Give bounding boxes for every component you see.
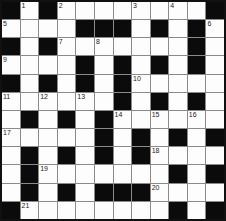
white-cell-r10-c6[interactable] [95, 165, 113, 182]
black-cell-r1-c12 [206, 2, 224, 19]
black-cell-r4-c9 [151, 56, 169, 73]
white-cell-r3-c12[interactable] [206, 38, 224, 55]
white-cell-r10-c8[interactable] [132, 165, 150, 182]
white-cell-r7-c10[interactable] [169, 111, 187, 128]
white-cell-r4-c12[interactable] [206, 56, 224, 73]
black-cell-r11-c8 [132, 184, 150, 201]
white-cell-r5-c4[interactable] [58, 75, 76, 92]
black-cell-r9-c6 [95, 147, 113, 164]
white-cell-r1-c9[interactable] [151, 2, 169, 19]
white-cell-r2-c12[interactable]: 6 [206, 20, 224, 37]
black-cell-r6-c11 [188, 93, 206, 110]
white-cell-r5-c9[interactable] [151, 75, 169, 92]
black-cell-r11-c7 [114, 184, 132, 201]
black-cell-r5-c7 [114, 75, 132, 92]
white-cell-r4-c10[interactable] [169, 56, 187, 73]
white-cell-r10-c4[interactable] [58, 165, 76, 182]
white-cell-r9-c10[interactable] [169, 147, 187, 164]
crossword-board: 123456789101112131415161718192021 [0, 0, 226, 221]
white-cell-r7-c11[interactable]: 16 [188, 111, 206, 128]
white-cell-r4-c1[interactable]: 9 [2, 56, 20, 73]
white-cell-r4-c6[interactable] [95, 56, 113, 73]
white-cell-r5-c10[interactable] [169, 75, 187, 92]
white-cell-r3-c5[interactable] [76, 38, 94, 55]
white-cell-r5-c12[interactable] [206, 75, 224, 92]
white-cell-r3-c10[interactable] [169, 38, 187, 55]
white-cell-r11-c10[interactable] [169, 184, 187, 201]
white-cell-r10-c9[interactable] [151, 165, 169, 182]
black-cell-r12-c10 [169, 202, 187, 219]
white-cell-r3-c9[interactable] [151, 38, 169, 55]
white-cell-r11-c12[interactable] [206, 184, 224, 201]
white-cell-r10-c1[interactable] [2, 165, 20, 182]
black-cell-r7-c4 [58, 111, 76, 128]
white-cell-r8-c2[interactable] [21, 129, 39, 146]
black-cell-r1-c1 [2, 2, 20, 19]
white-cell-r8-c3[interactable] [39, 129, 57, 146]
black-cell-r2-c5 [76, 20, 94, 37]
black-cell-r2-c9 [151, 20, 169, 37]
black-cell-r6-c7 [114, 93, 132, 110]
black-cell-r11-c6 [95, 184, 113, 201]
white-cell-r1-c6[interactable] [95, 2, 113, 19]
clue-number-2: 2 [59, 2, 63, 10]
black-cell-r7-c2 [21, 111, 39, 128]
black-cell-r5-c1 [2, 75, 20, 92]
white-cell-r7-c7[interactable]: 14 [114, 111, 132, 128]
white-cell-r8-c1[interactable]: 17 [2, 129, 20, 146]
white-cell-r4-c8[interactable] [132, 56, 150, 73]
white-cell-r3-c7[interactable] [114, 38, 132, 55]
white-cell-r1-c10[interactable]: 4 [169, 2, 187, 19]
white-cell-r1-c2[interactable]: 1 [21, 2, 39, 19]
white-cell-r11-c11[interactable] [188, 184, 206, 201]
black-cell-r6-c9 [151, 93, 169, 110]
black-cell-r5-c3 [39, 75, 57, 92]
black-cell-r7-c6 [95, 111, 113, 128]
white-cell-r12-c7[interactable] [114, 202, 132, 219]
clue-number-20: 20 [152, 184, 160, 192]
black-cell-r4-c11 [188, 56, 206, 73]
white-cell-r8-c9[interactable] [151, 129, 169, 146]
black-cell-r8-c12 [206, 129, 224, 146]
clue-number-14: 14 [115, 111, 123, 119]
white-cell-r6-c10[interactable] [169, 93, 187, 110]
black-cell-r10-c10 [169, 165, 187, 182]
white-cell-r11-c3[interactable] [39, 184, 57, 201]
black-cell-r2-c7 [114, 20, 132, 37]
black-cell-r2-c11 [188, 20, 206, 37]
clue-number-19: 19 [40, 165, 48, 173]
white-cell-r11-c5[interactable] [76, 184, 94, 201]
black-cell-r9-c4 [58, 147, 76, 164]
white-cell-r3-c4[interactable]: 7 [58, 38, 76, 55]
black-cell-r10-c12 [206, 165, 224, 182]
white-cell-r9-c5[interactable] [76, 147, 94, 164]
white-cell-r2-c1[interactable]: 5 [2, 20, 20, 37]
white-cell-r10-c5[interactable] [76, 165, 94, 182]
clue-number-8: 8 [96, 38, 100, 46]
black-cell-r12-c12 [206, 202, 224, 219]
white-cell-r2-c3[interactable] [39, 20, 57, 37]
white-cell-r8-c7[interactable] [114, 129, 132, 146]
black-cell-r8-c8 [132, 129, 150, 146]
clue-number-11: 11 [3, 93, 10, 101]
white-cell-r5-c8[interactable]: 10 [132, 75, 150, 92]
white-cell-r5-c11[interactable] [188, 75, 206, 92]
white-cell-r6-c3[interactable]: 12 [39, 93, 57, 110]
black-cell-r9-c2 [21, 147, 39, 164]
black-cell-r11-c4 [58, 184, 76, 201]
clue-number-1: 1 [22, 2, 26, 10]
black-cell-r2-c6 [95, 20, 113, 37]
white-cell-r6-c4[interactable] [58, 93, 76, 110]
clue-number-7: 7 [59, 38, 63, 46]
white-cell-r8-c4[interactable] [58, 129, 76, 146]
white-cell-r10-c3[interactable]: 19 [39, 165, 57, 182]
white-cell-r4-c4[interactable] [58, 56, 76, 73]
clue-number-21: 21 [22, 202, 30, 210]
white-cell-r9-c11[interactable] [188, 147, 206, 164]
white-cell-r3-c6[interactable]: 8 [95, 38, 113, 55]
black-cell-r1-c3 [39, 2, 57, 19]
white-cell-r12-c3[interactable] [39, 202, 57, 219]
clue-number-9: 9 [3, 56, 7, 64]
white-cell-r7-c8[interactable] [132, 111, 150, 128]
clue-number-15: 15 [152, 111, 160, 119]
white-cell-r10-c7[interactable] [114, 165, 132, 182]
black-cell-r4-c5 [76, 56, 94, 73]
white-cell-r12-c11[interactable] [188, 202, 206, 219]
white-cell-r12-c8[interactable] [132, 202, 150, 219]
white-cell-r1-c4[interactable]: 2 [58, 2, 76, 19]
white-cell-r9-c7[interactable] [114, 147, 132, 164]
white-cell-r11-c1[interactable] [2, 184, 20, 201]
white-cell-r9-c1[interactable] [2, 147, 20, 164]
black-cell-r3-c11 [188, 38, 206, 55]
white-cell-r12-c9[interactable] [151, 202, 169, 219]
white-cell-r3-c2[interactable] [21, 38, 39, 55]
white-cell-r2-c4[interactable] [58, 20, 76, 37]
white-cell-r12-c2[interactable]: 21 [21, 202, 39, 219]
white-cell-r9-c12[interactable] [206, 147, 224, 164]
white-cell-r5-c2[interactable] [21, 75, 39, 92]
black-cell-r9-c8 [132, 147, 150, 164]
white-cell-r9-c3[interactable] [39, 147, 57, 164]
white-cell-r3-c8[interactable] [132, 38, 150, 55]
white-cell-r12-c6[interactable] [95, 202, 113, 219]
white-cell-r6-c2[interactable] [21, 93, 39, 110]
white-cell-r8-c11[interactable] [188, 129, 206, 146]
clue-number-3: 3 [133, 2, 137, 10]
white-cell-r10-c11[interactable] [188, 165, 206, 182]
black-cell-r8-c10 [169, 129, 187, 146]
white-cell-r7-c5[interactable] [76, 111, 94, 128]
black-cell-r11-c2 [21, 184, 39, 201]
white-cell-r6-c1[interactable]: 11 [2, 93, 20, 110]
white-cell-r1-c5[interactable] [76, 2, 94, 19]
white-cell-r11-c9[interactable]: 20 [151, 184, 169, 201]
clue-number-4: 4 [170, 2, 174, 10]
clue-number-5: 5 [3, 20, 7, 28]
black-cell-r12-c1 [2, 202, 20, 219]
black-cell-r3-c1 [2, 38, 20, 55]
white-cell-r8-c5[interactable] [76, 129, 94, 146]
white-cell-r1-c11[interactable] [188, 2, 206, 19]
white-cell-r7-c1[interactable] [2, 111, 20, 128]
black-cell-r10-c2 [21, 165, 39, 182]
white-cell-r7-c12[interactable] [206, 111, 224, 128]
clue-number-12: 12 [40, 93, 48, 101]
white-cell-r6-c12[interactable] [206, 93, 224, 110]
white-cell-r4-c2[interactable] [21, 56, 39, 73]
white-cell-r7-c3[interactable] [39, 111, 57, 128]
black-cell-r5-c5 [76, 75, 94, 92]
clue-number-6: 6 [207, 20, 211, 28]
clue-number-16: 16 [189, 111, 197, 119]
white-cell-r2-c8[interactable] [132, 20, 150, 37]
white-cell-r5-c6[interactable] [95, 75, 113, 92]
white-cell-r6-c8[interactable] [132, 93, 150, 110]
white-cell-r7-c9[interactable]: 15 [151, 111, 169, 128]
clue-number-18: 18 [152, 147, 160, 155]
white-cell-r6-c5[interactable]: 13 [76, 93, 94, 110]
white-cell-r6-c6[interactable] [95, 93, 113, 110]
white-cell-r2-c2[interactable] [21, 20, 39, 37]
white-cell-r4-c3[interactable] [39, 56, 57, 73]
black-cell-r4-c7 [114, 56, 132, 73]
white-cell-r12-c4[interactable] [58, 202, 76, 219]
black-cell-r8-c6 [95, 129, 113, 146]
white-cell-r1-c8[interactable]: 3 [132, 2, 150, 19]
clue-number-13: 13 [77, 93, 85, 101]
white-cell-r12-c5[interactable] [76, 202, 94, 219]
clue-number-10: 10 [133, 75, 141, 83]
clue-number-17: 17 [3, 129, 11, 137]
white-cell-r9-c9[interactable]: 18 [151, 147, 169, 164]
black-cell-r3-c3 [39, 38, 57, 55]
white-cell-r2-c10[interactable] [169, 20, 187, 37]
white-cell-r1-c7[interactable] [114, 2, 132, 19]
